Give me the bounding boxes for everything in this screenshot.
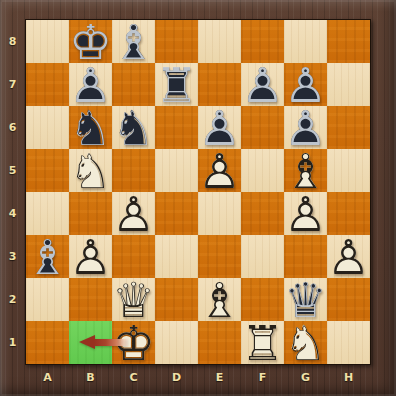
rank-label-4: 4 bbox=[0, 192, 25, 235]
square-d3[interactable] bbox=[155, 235, 198, 278]
square-h8[interactable] bbox=[327, 20, 370, 63]
square-e1[interactable] bbox=[198, 321, 241, 364]
square-d2[interactable] bbox=[155, 278, 198, 321]
square-b1[interactable] bbox=[69, 321, 112, 364]
square-c8[interactable]: ♝♗ bbox=[112, 20, 155, 63]
square-b2[interactable] bbox=[69, 278, 112, 321]
square-a3[interactable]: ♝♗ bbox=[26, 235, 69, 278]
square-c1[interactable]: ♚♔ bbox=[112, 321, 155, 364]
black-pawn[interactable]: ♟♙ bbox=[241, 63, 284, 106]
rank-labels: 87654321 bbox=[0, 20, 25, 364]
square-f3[interactable] bbox=[241, 235, 284, 278]
square-h7[interactable] bbox=[327, 63, 370, 106]
square-h3[interactable]: ♟♙ bbox=[327, 235, 370, 278]
piece-outline-glyph: ♗ bbox=[26, 235, 69, 278]
white-bishop[interactable]: ♝♗ bbox=[198, 278, 241, 321]
file-label-h: H bbox=[327, 367, 370, 389]
square-g1[interactable]: ♞♘ bbox=[284, 321, 327, 364]
piece-outline-glyph: ♘ bbox=[284, 321, 327, 364]
piece-outline-glyph: ♖ bbox=[241, 321, 284, 364]
black-rook[interactable]: ♜♖ bbox=[155, 63, 198, 106]
white-pawn[interactable]: ♟♙ bbox=[69, 235, 112, 278]
square-a2[interactable] bbox=[26, 278, 69, 321]
square-b3[interactable]: ♟♙ bbox=[69, 235, 112, 278]
white-pawn[interactable]: ♟♙ bbox=[284, 192, 327, 235]
square-e5[interactable]: ♟♙ bbox=[198, 149, 241, 192]
square-d4[interactable] bbox=[155, 192, 198, 235]
piece-outline-glyph: ♘ bbox=[69, 149, 112, 192]
board-frame: 87654321 ABCDEFGH ♚♔♝♗♟♙♜♖♟♙♟♙♞♘♞♘♟♙♟♙♞♘… bbox=[0, 0, 396, 396]
rank-label-1: 1 bbox=[0, 321, 25, 364]
square-h2[interactable] bbox=[327, 278, 370, 321]
square-d6[interactable] bbox=[155, 106, 198, 149]
square-e2[interactable]: ♝♗ bbox=[198, 278, 241, 321]
white-pawn[interactable]: ♟♙ bbox=[327, 235, 370, 278]
rank-label-8: 8 bbox=[0, 20, 25, 63]
square-h1[interactable] bbox=[327, 321, 370, 364]
rank-label-5: 5 bbox=[0, 149, 25, 192]
white-knight[interactable]: ♞♘ bbox=[69, 149, 112, 192]
piece-outline-glyph: ♙ bbox=[327, 235, 370, 278]
square-f7[interactable]: ♟♙ bbox=[241, 63, 284, 106]
square-a6[interactable] bbox=[26, 106, 69, 149]
piece-outline-glyph: ♙ bbox=[198, 149, 241, 192]
piece-outline-glyph: ♘ bbox=[112, 106, 155, 149]
square-e8[interactable] bbox=[198, 20, 241, 63]
piece-outline-glyph: ♖ bbox=[155, 63, 198, 106]
piece-outline-glyph: ♗ bbox=[198, 278, 241, 321]
square-f5[interactable] bbox=[241, 149, 284, 192]
square-a7[interactable] bbox=[26, 63, 69, 106]
square-f1[interactable]: ♜♖ bbox=[241, 321, 284, 364]
white-pawn[interactable]: ♟♙ bbox=[112, 192, 155, 235]
rank-label-7: 7 bbox=[0, 63, 25, 106]
square-a1[interactable] bbox=[26, 321, 69, 364]
piece-outline-glyph: ♙ bbox=[241, 63, 284, 106]
rank-label-2: 2 bbox=[0, 278, 25, 321]
black-bishop[interactable]: ♝♗ bbox=[26, 235, 69, 278]
white-king[interactable]: ♚♔ bbox=[112, 321, 155, 364]
chess-board: ♚♔♝♗♟♙♜♖♟♙♟♙♞♘♞♘♟♙♟♙♞♘♟♙♝♗♟♙♟♙♝♗♟♙♟♙♛♕♝♗… bbox=[25, 19, 371, 365]
square-a5[interactable] bbox=[26, 149, 69, 192]
file-label-b: B bbox=[69, 367, 112, 389]
white-knight[interactable]: ♞♘ bbox=[284, 321, 327, 364]
piece-outline-glyph: ♔ bbox=[112, 321, 155, 364]
rank-label-6: 6 bbox=[0, 106, 25, 149]
square-a8[interactable] bbox=[26, 20, 69, 63]
black-knight[interactable]: ♞♘ bbox=[112, 106, 155, 149]
square-h5[interactable] bbox=[327, 149, 370, 192]
square-c6[interactable]: ♞♘ bbox=[112, 106, 155, 149]
piece-outline-glyph: ♗ bbox=[112, 20, 155, 63]
white-pawn[interactable]: ♟♙ bbox=[198, 149, 241, 192]
file-label-e: E bbox=[198, 367, 241, 389]
square-d5[interactable] bbox=[155, 149, 198, 192]
square-g4[interactable]: ♟♙ bbox=[284, 192, 327, 235]
black-bishop[interactable]: ♝♗ bbox=[112, 20, 155, 63]
square-e4[interactable] bbox=[198, 192, 241, 235]
square-h6[interactable] bbox=[327, 106, 370, 149]
square-c4[interactable]: ♟♙ bbox=[112, 192, 155, 235]
square-d1[interactable] bbox=[155, 321, 198, 364]
piece-outline-glyph: ♙ bbox=[69, 235, 112, 278]
file-label-d: D bbox=[155, 367, 198, 389]
rank-label-3: 3 bbox=[0, 235, 25, 278]
file-label-a: A bbox=[26, 367, 69, 389]
square-d7[interactable]: ♜♖ bbox=[155, 63, 198, 106]
square-b5[interactable]: ♞♘ bbox=[69, 149, 112, 192]
piece-outline-glyph: ♙ bbox=[284, 192, 327, 235]
square-f4[interactable] bbox=[241, 192, 284, 235]
white-rook[interactable]: ♜♖ bbox=[241, 321, 284, 364]
square-f6[interactable] bbox=[241, 106, 284, 149]
piece-outline-glyph: ♙ bbox=[112, 192, 155, 235]
